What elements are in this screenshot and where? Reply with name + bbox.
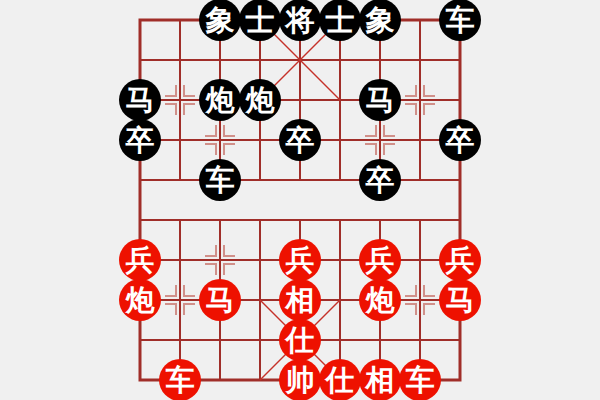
board-point[interactable]: [280, 200, 320, 240]
board-point[interactable]: 将: [280, 0, 320, 40]
piece-black-elephant[interactable]: 象: [199, 0, 241, 41]
board-point[interactable]: [240, 160, 280, 200]
board-point[interactable]: 仕: [280, 320, 320, 360]
board-point[interactable]: [280, 80, 320, 120]
board-point[interactable]: [240, 120, 280, 160]
board-point[interactable]: [200, 200, 240, 240]
board-point[interactable]: [320, 40, 360, 80]
piece-black-elephant[interactable]: 象: [359, 0, 401, 41]
board-point[interactable]: [160, 160, 200, 200]
board-point[interactable]: 相: [360, 360, 400, 400]
piece-black-chariot[interactable]: 车: [439, 0, 481, 41]
board-point[interactable]: [400, 160, 440, 200]
board-point[interactable]: 兵: [440, 240, 480, 280]
board-point[interactable]: 马: [360, 80, 400, 120]
board-point[interactable]: 车: [440, 0, 480, 40]
board-point[interactable]: [400, 0, 440, 40]
board-point[interactable]: [160, 120, 200, 160]
board-grid: 象士将士象车马炮炮马卒卒卒车卒兵兵兵兵炮马相炮马仕车帅仕相车: [120, 0, 480, 400]
board-point[interactable]: 兵: [280, 240, 320, 280]
board-point[interactable]: [120, 0, 160, 40]
board-point[interactable]: 车: [200, 160, 240, 200]
board-point[interactable]: [440, 80, 480, 120]
board-point[interactable]: 炮: [240, 80, 280, 120]
board-point[interactable]: [320, 160, 360, 200]
piece-red-general[interactable]: 帅: [279, 359, 321, 400]
board-point[interactable]: 象: [360, 0, 400, 40]
board-point[interactable]: [320, 120, 360, 160]
board-point[interactable]: 仕: [320, 360, 360, 400]
piece-red-soldier[interactable]: 兵: [439, 239, 481, 281]
piece-red-chariot[interactable]: 车: [159, 359, 201, 400]
board-point[interactable]: 马: [120, 80, 160, 120]
board-point[interactable]: 卒: [120, 120, 160, 160]
board-point[interactable]: [440, 40, 480, 80]
board-point[interactable]: 兵: [120, 240, 160, 280]
board-point[interactable]: 相: [280, 280, 320, 320]
board-point[interactable]: [120, 40, 160, 80]
board-point[interactable]: [160, 0, 200, 40]
board-point[interactable]: [320, 320, 360, 360]
piece-red-horse[interactable]: 马: [199, 279, 241, 321]
board-point[interactable]: 马: [440, 280, 480, 320]
board-point[interactable]: [120, 320, 160, 360]
board-point[interactable]: [160, 280, 200, 320]
piece-red-advisor[interactable]: 仕: [319, 359, 361, 400]
piece-black-general[interactable]: 将: [279, 0, 321, 41]
board-point[interactable]: [120, 360, 160, 400]
board-point[interactable]: 卒: [280, 120, 320, 160]
piece-red-elephant[interactable]: 相: [359, 359, 401, 400]
piece-red-advisor[interactable]: 仕: [279, 319, 321, 361]
board-point[interactable]: [200, 240, 240, 280]
board-point[interactable]: [200, 320, 240, 360]
board-point[interactable]: [360, 200, 400, 240]
board-point[interactable]: [240, 200, 280, 240]
piece-black-advisor[interactable]: 士: [319, 0, 361, 41]
xiangqi-board: 象士将士象车马炮炮马卒卒卒车卒兵兵兵兵炮马相炮马仕车帅仕相车: [0, 0, 600, 400]
piece-red-chariot[interactable]: 车: [399, 359, 441, 400]
board-point[interactable]: [400, 120, 440, 160]
piece-black-cannon[interactable]: 炮: [239, 79, 281, 121]
board-point[interactable]: [240, 320, 280, 360]
board-point[interactable]: [320, 280, 360, 320]
board-point[interactable]: [160, 240, 200, 280]
board-point[interactable]: [280, 160, 320, 200]
board-point[interactable]: [160, 40, 200, 80]
board-point[interactable]: [120, 200, 160, 240]
board-point[interactable]: 兵: [360, 240, 400, 280]
piece-black-horse[interactable]: 马: [119, 79, 161, 121]
board-point[interactable]: [320, 240, 360, 280]
piece-black-horse[interactable]: 马: [359, 79, 401, 121]
piece-black-soldier[interactable]: 卒: [439, 119, 481, 161]
board-point[interactable]: 车: [160, 360, 200, 400]
board-point[interactable]: 车: [400, 360, 440, 400]
board-point[interactable]: 炮: [120, 280, 160, 320]
board-point[interactable]: [160, 80, 200, 120]
board-point[interactable]: [160, 200, 200, 240]
board-point[interactable]: [400, 320, 440, 360]
board-point[interactable]: 炮: [200, 80, 240, 120]
piece-black-soldier[interactable]: 卒: [279, 119, 321, 161]
board-point[interactable]: [400, 280, 440, 320]
piece-black-soldier[interactable]: 卒: [119, 119, 161, 161]
board-point[interactable]: [160, 320, 200, 360]
board-point[interactable]: [360, 120, 400, 160]
board-point[interactable]: [120, 160, 160, 200]
board-point[interactable]: [240, 360, 280, 400]
board-point[interactable]: [440, 160, 480, 200]
piece-red-elephant[interactable]: 相: [279, 279, 321, 321]
board-point[interactable]: 象: [200, 0, 240, 40]
piece-red-cannon[interactable]: 炮: [119, 279, 161, 321]
board-point[interactable]: [360, 40, 400, 80]
board-point[interactable]: [320, 80, 360, 120]
board-point[interactable]: [280, 40, 320, 80]
board-point[interactable]: [240, 280, 280, 320]
piece-black-advisor[interactable]: 士: [239, 0, 281, 41]
board-point[interactable]: [400, 200, 440, 240]
board-point[interactable]: [440, 360, 480, 400]
board-point[interactable]: 卒: [360, 160, 400, 200]
piece-red-horse[interactable]: 马: [439, 279, 481, 321]
board-point[interactable]: 帅: [280, 360, 320, 400]
board-point[interactable]: [440, 320, 480, 360]
board-point[interactable]: [440, 200, 480, 240]
board-point[interactable]: [400, 80, 440, 120]
piece-black-cannon[interactable]: 炮: [199, 79, 241, 121]
board-point[interactable]: [400, 240, 440, 280]
board-point[interactable]: [200, 120, 240, 160]
board-point[interactable]: [200, 40, 240, 80]
board-point[interactable]: 士: [240, 0, 280, 40]
piece-red-soldier[interactable]: 兵: [359, 239, 401, 281]
piece-black-chariot[interactable]: 车: [199, 159, 241, 201]
board-point[interactable]: [240, 240, 280, 280]
piece-red-cannon[interactable]: 炮: [359, 279, 401, 321]
board-point[interactable]: [240, 40, 280, 80]
board-point[interactable]: [360, 320, 400, 360]
piece-red-soldier[interactable]: 兵: [119, 239, 161, 281]
piece-black-soldier[interactable]: 卒: [359, 159, 401, 201]
board-point[interactable]: 卒: [440, 120, 480, 160]
board-point[interactable]: 士: [320, 0, 360, 40]
board-point[interactable]: 炮: [360, 280, 400, 320]
piece-red-soldier[interactable]: 兵: [279, 239, 321, 281]
board-point[interactable]: [320, 200, 360, 240]
board-point[interactable]: 马: [200, 280, 240, 320]
board-point[interactable]: [400, 40, 440, 80]
board-point[interactable]: [200, 360, 240, 400]
